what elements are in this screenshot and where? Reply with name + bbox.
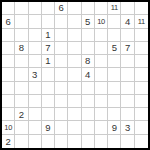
cell-r6c2[interactable] — [15, 68, 28, 81]
cell-r3c6[interactable] — [68, 29, 81, 42]
cell-r9c10[interactable] — [121, 108, 134, 121]
puzzle-board: 61165104111875718342109932 — [0, 0, 150, 150]
cell-r4c7[interactable] — [82, 42, 95, 55]
cell-r7c1[interactable] — [2, 82, 15, 95]
cell-r6c4[interactable] — [42, 68, 55, 81]
cell-r3c5[interactable] — [55, 29, 68, 42]
cell-r9c6[interactable] — [68, 108, 81, 121]
cell-r5c5[interactable] — [55, 55, 68, 68]
cell-r8c1[interactable] — [2, 95, 15, 108]
cell-r7c2[interactable] — [15, 82, 28, 95]
cell-r8c3[interactable] — [29, 95, 42, 108]
cell-r5c10[interactable] — [121, 55, 134, 68]
cell-r4c1[interactable] — [2, 42, 15, 55]
cell-r9c7[interactable] — [82, 108, 95, 121]
cell-r11c9[interactable] — [108, 135, 121, 148]
clue-cell-r4c10[interactable]: 7 — [121, 42, 134, 55]
clue-cell-r2c8[interactable]: 10 — [95, 15, 108, 28]
cell-r3c9[interactable] — [108, 29, 121, 42]
cell-r5c2[interactable] — [15, 55, 28, 68]
cell-r8c2[interactable] — [15, 95, 28, 108]
clue-cell-r10c4[interactable]: 9 — [42, 121, 55, 134]
cell-r4c11[interactable] — [135, 42, 148, 55]
cell-r11c10[interactable] — [121, 135, 134, 148]
cell-r2c6[interactable] — [68, 15, 81, 28]
cell-r6c10[interactable] — [121, 68, 134, 81]
clue-cell-r9c2[interactable]: 2 — [15, 108, 28, 121]
cell-r6c11[interactable] — [135, 68, 148, 81]
cell-r6c6[interactable] — [68, 68, 81, 81]
cell-r11c11[interactable] — [135, 135, 148, 148]
cell-r4c6[interactable] — [68, 42, 81, 55]
cell-r10c6[interactable] — [68, 121, 81, 134]
cell-r3c7[interactable] — [82, 29, 95, 42]
cell-r11c6[interactable] — [68, 135, 81, 148]
clue-cell-r1c5[interactable]: 6 — [55, 2, 68, 15]
cell-r5c11[interactable] — [135, 55, 148, 68]
cell-r2c3[interactable] — [29, 15, 42, 28]
cell-r6c9[interactable] — [108, 68, 121, 81]
clue-cell-r2c11[interactable]: 11 — [135, 15, 148, 28]
cell-r8c6[interactable] — [68, 95, 81, 108]
cell-r7c9[interactable] — [108, 82, 121, 95]
clue-cell-r5c7[interactable]: 8 — [82, 55, 95, 68]
cell-r8c10[interactable] — [121, 95, 134, 108]
cell-r5c9[interactable] — [108, 55, 121, 68]
cell-r11c3[interactable] — [29, 135, 42, 148]
cell-r9c1[interactable] — [2, 108, 15, 121]
cell-r7c6[interactable] — [68, 82, 81, 95]
cell-r9c5[interactable] — [55, 108, 68, 121]
clue-cell-r1c9[interactable]: 11 — [108, 2, 121, 15]
cell-r7c4[interactable] — [42, 82, 55, 95]
cell-r2c4[interactable] — [42, 15, 55, 28]
cell-r8c4[interactable] — [42, 95, 55, 108]
cell-r6c1[interactable] — [2, 68, 15, 81]
clue-cell-r6c7[interactable]: 4 — [82, 68, 95, 81]
cell-r8c8[interactable] — [95, 95, 108, 108]
cell-r8c7[interactable] — [82, 95, 95, 108]
cell-r5c8[interactable] — [95, 55, 108, 68]
cell-r7c11[interactable] — [135, 82, 148, 95]
cell-r3c10[interactable] — [121, 29, 134, 42]
cell-r1c3[interactable] — [29, 2, 42, 15]
cell-r3c3[interactable] — [29, 29, 42, 42]
clue-cell-r2c10[interactable]: 4 — [121, 15, 134, 28]
cell-r8c11[interactable] — [135, 95, 148, 108]
clue-cell-r5c4[interactable]: 1 — [42, 55, 55, 68]
cell-r7c3[interactable] — [29, 82, 42, 95]
cell-r3c1[interactable] — [2, 29, 15, 42]
cell-r11c4[interactable] — [42, 135, 55, 148]
cell-r7c8[interactable] — [95, 82, 108, 95]
cell-r7c7[interactable] — [82, 82, 95, 95]
cell-r8c9[interactable] — [108, 95, 121, 108]
clue-cell-r10c1[interactable]: 10 — [2, 121, 15, 134]
cell-r10c5[interactable] — [55, 121, 68, 134]
cell-r9c11[interactable] — [135, 108, 148, 121]
cell-r1c4[interactable] — [42, 2, 55, 15]
cell-r9c4[interactable] — [42, 108, 55, 121]
cell-r7c10[interactable] — [121, 82, 134, 95]
cell-r10c3[interactable] — [29, 121, 42, 134]
cell-r11c2[interactable] — [15, 135, 28, 148]
clue-cell-r4c9[interactable]: 5 — [108, 42, 121, 55]
clue-cell-r2c7[interactable]: 5 — [82, 15, 95, 28]
cell-r10c8[interactable] — [95, 121, 108, 134]
cell-r2c5[interactable] — [55, 15, 68, 28]
cell-r4c8[interactable] — [95, 42, 108, 55]
cell-r1c10[interactable] — [121, 2, 134, 15]
cell-r1c8[interactable] — [95, 2, 108, 15]
cell-r11c7[interactable] — [82, 135, 95, 148]
clue-cell-r3c4[interactable]: 1 — [42, 29, 55, 42]
cell-r3c2[interactable] — [15, 29, 28, 42]
cell-r9c9[interactable] — [108, 108, 121, 121]
cell-r1c1[interactable] — [2, 2, 15, 15]
cell-r4c3[interactable] — [29, 42, 42, 55]
cell-r5c1[interactable] — [2, 55, 15, 68]
cell-r4c5[interactable] — [55, 42, 68, 55]
cell-r11c8[interactable] — [95, 135, 108, 148]
cell-r10c11[interactable] — [135, 121, 148, 134]
cell-r5c6[interactable] — [68, 55, 81, 68]
cell-r1c6[interactable] — [68, 2, 81, 15]
cell-r10c7[interactable] — [82, 121, 95, 134]
cell-r3c11[interactable] — [135, 29, 148, 42]
cell-r11c5[interactable] — [55, 135, 68, 148]
clue-cell-r10c9[interactable]: 9 — [108, 121, 121, 134]
cell-r9c8[interactable] — [95, 108, 108, 121]
cell-r8c5[interactable] — [55, 95, 68, 108]
cell-r9c3[interactable] — [29, 108, 42, 121]
cell-r3c8[interactable] — [95, 29, 108, 42]
clue-cell-r2c1[interactable]: 6 — [2, 15, 15, 28]
cell-r1c7[interactable] — [82, 2, 95, 15]
cell-r6c5[interactable] — [55, 68, 68, 81]
clue-cell-r4c4[interactable]: 7 — [42, 42, 55, 55]
cell-r5c3[interactable] — [29, 55, 42, 68]
cell-r1c2[interactable] — [15, 2, 28, 15]
clue-cell-r10c10[interactable]: 3 — [121, 121, 134, 134]
clue-cell-r4c2[interactable]: 8 — [15, 42, 28, 55]
cell-r2c9[interactable] — [108, 15, 121, 28]
cell-r10c2[interactable] — [15, 121, 28, 134]
cell-r1c11[interactable] — [135, 2, 148, 15]
cell-r2c2[interactable] — [15, 15, 28, 28]
clue-cell-r11c1[interactable]: 2 — [2, 135, 15, 148]
cell-r6c8[interactable] — [95, 68, 108, 81]
clue-cell-r6c3[interactable]: 3 — [29, 68, 42, 81]
cell-r7c5[interactable] — [55, 82, 68, 95]
